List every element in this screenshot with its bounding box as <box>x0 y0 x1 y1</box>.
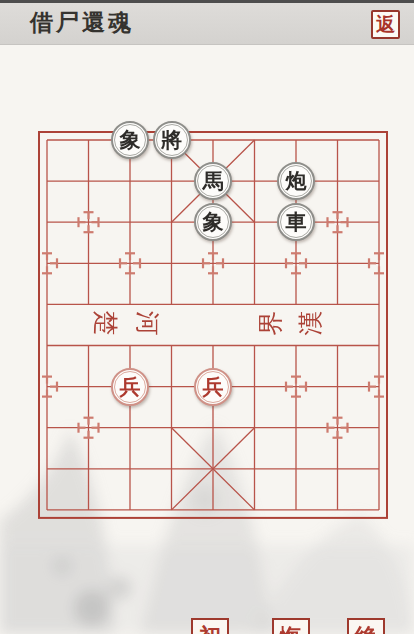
app-screen: 借尸還魂 返 楚 河 界 漢 象將馬炮象車兵兵 初 悔 绝 <box>0 0 414 634</box>
reset-button[interactable]: 初 <box>191 618 229 634</box>
piece-black-cannon[interactable]: 炮 <box>277 162 315 200</box>
piece-glyph: 兵 <box>197 371 229 403</box>
piece-glyph: 兵 <box>114 371 146 403</box>
piece-glyph: 將 <box>156 124 188 156</box>
piece-glyph: 象 <box>114 124 146 156</box>
piece-black-elephant-1[interactable]: 象 <box>111 121 149 159</box>
undo-button[interactable]: 悔 <box>272 618 310 634</box>
piece-black-elephant-2[interactable]: 象 <box>194 203 232 241</box>
piece-red-soldier-1[interactable]: 兵 <box>111 368 149 406</box>
piece-black-chariot[interactable]: 車 <box>277 203 315 241</box>
piece-glyph: 馬 <box>197 165 229 197</box>
piece-black-horse[interactable]: 馬 <box>194 162 232 200</box>
river-label-he: 河 <box>131 311 164 336</box>
piece-glyph: 炮 <box>280 165 312 197</box>
river-label-han: 漢 <box>294 311 327 336</box>
landscape-watermark <box>0 425 414 634</box>
piece-red-soldier-2[interactable]: 兵 <box>194 368 232 406</box>
piece-black-general[interactable]: 將 <box>153 121 191 159</box>
piece-glyph: 車 <box>280 206 312 238</box>
river-label-jie: 界 <box>254 311 287 336</box>
xiangqi-board[interactable] <box>0 0 414 634</box>
piece-glyph: 象 <box>197 206 229 238</box>
hint-button[interactable]: 绝 <box>347 618 385 634</box>
river-label-chu: 楚 <box>89 311 122 336</box>
